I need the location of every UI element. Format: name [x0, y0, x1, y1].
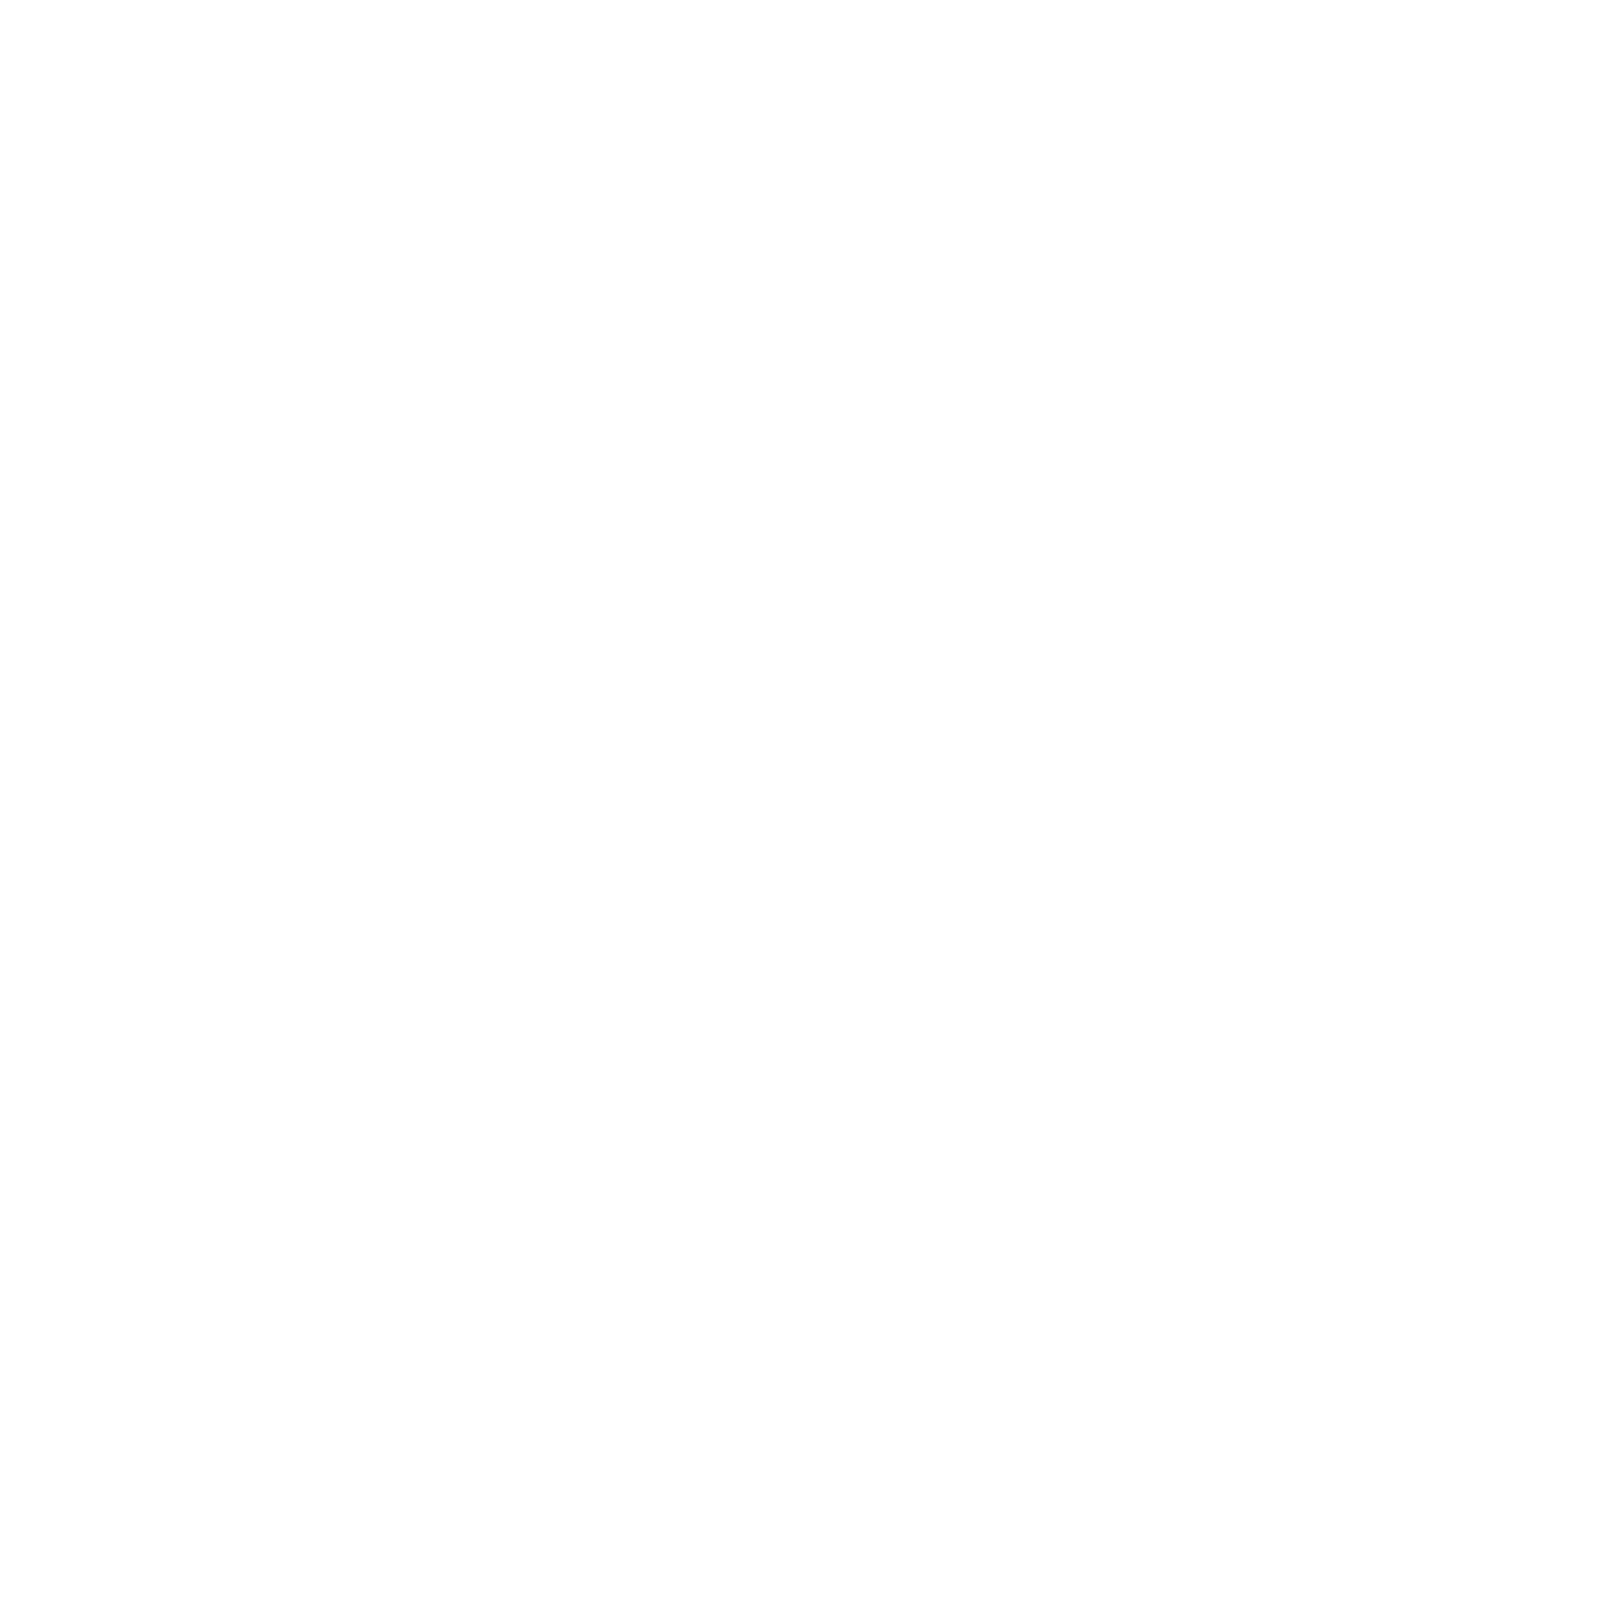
product-photo-canvas [0, 0, 1600, 1600]
page: { "game": "Mancala-style wooden pit boar… [0, 0, 1600, 1600]
mancala-board [0, 0, 1600, 1600]
